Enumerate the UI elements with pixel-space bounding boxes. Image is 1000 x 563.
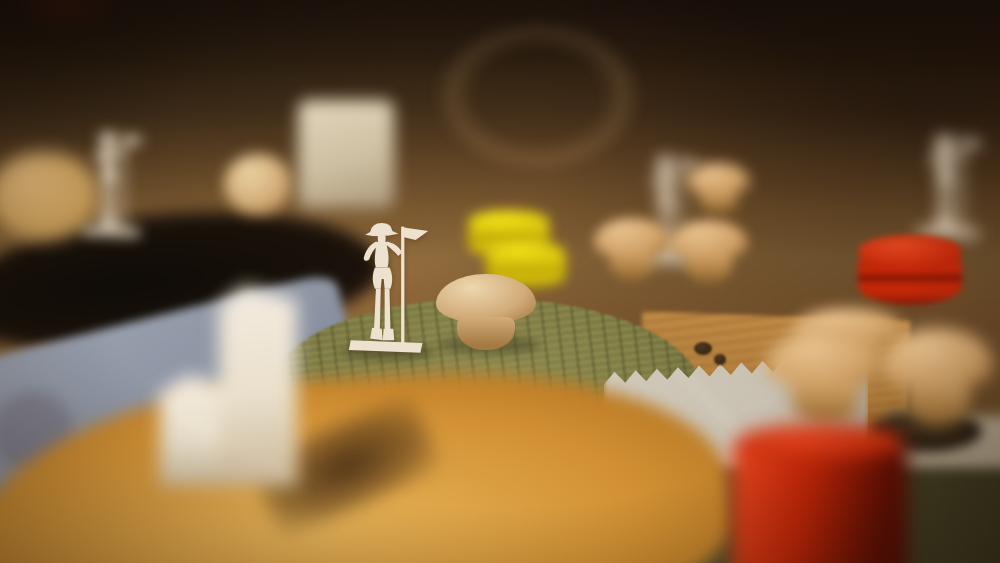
board-icon-mark-2 [714, 354, 726, 365]
hero-mushroom-token [436, 274, 536, 350]
figure-far-left [78, 126, 150, 241]
mushroom-far-back [686, 163, 750, 213]
red-disc-stack [858, 235, 962, 305]
mushroom-mid-left [594, 218, 670, 280]
mushroom-mid-right [670, 220, 748, 282]
miniature-figure-graphic [912, 130, 990, 242]
mushroom-right-right [882, 328, 994, 426]
hero-figure-with-banner [343, 216, 435, 358]
white-card-stack [298, 100, 394, 208]
wood-disc-left [224, 154, 292, 214]
figure-far-right [912, 130, 990, 242]
miniature-figure-graphic [343, 216, 435, 358]
white-building-miniature [160, 286, 300, 486]
boardgame-photo-scene [0, 0, 1000, 563]
bokeh-highlight [420, 8, 656, 184]
miniature-figure-graphic [78, 126, 150, 241]
mushroom-right-left [766, 330, 884, 424]
board-icon-mark-1 [694, 342, 712, 355]
red-cylinder-foreground [732, 424, 908, 563]
